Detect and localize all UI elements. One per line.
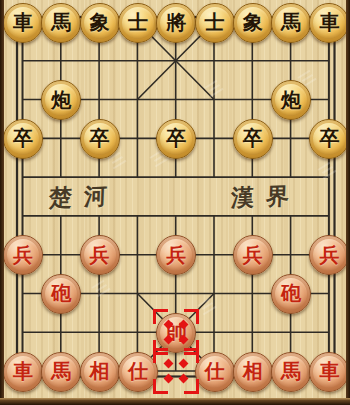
piece-red-soldier[interactable]: 兵	[80, 235, 120, 275]
piece-red-soldier[interactable]: 兵	[3, 235, 43, 275]
piece-black-horse[interactable]: 馬	[271, 3, 311, 43]
piece-red-horse[interactable]: 馬	[271, 352, 311, 392]
piece-black-soldier[interactable]: 卒	[3, 119, 43, 159]
piece-red-cannon[interactable]: 砲	[41, 274, 81, 314]
river-label-left: 楚河	[48, 180, 119, 213]
piece-black-soldier[interactable]: 卒	[156, 119, 196, 159]
piece-black-chariot[interactable]: 車	[309, 3, 349, 43]
piece-black-elephant[interactable]: 象	[80, 3, 120, 43]
piece-black-cannon[interactable]: 炮	[271, 80, 311, 120]
piece-red-soldier[interactable]: 兵	[233, 235, 273, 275]
piece-black-advisor[interactable]: 士	[195, 3, 235, 43]
piece-black-horse[interactable]: 馬	[41, 3, 81, 43]
piece-red-elephant[interactable]: 相	[233, 352, 273, 392]
table-edge-bottom	[0, 398, 350, 405]
piece-black-elephant[interactable]: 象	[233, 3, 273, 43]
piece-red-general[interactable]: 帥	[156, 313, 196, 353]
piece-black-general[interactable]: 將	[156, 3, 196, 43]
piece-red-chariot[interactable]: 車	[309, 352, 349, 392]
table-edge-left	[0, 0, 4, 405]
piece-red-chariot[interactable]: 車	[3, 352, 43, 392]
piece-black-soldier[interactable]: 卒	[80, 119, 120, 159]
xiangqi-board: 楚河 漢界 車馬象士將士象馬車炮炮卒卒卒卒卒兵兵兵兵兵砲砲帥車馬相仕仕相馬車	[0, 0, 350, 405]
piece-black-advisor[interactable]: 士	[118, 3, 158, 43]
piece-black-chariot[interactable]: 車	[3, 3, 43, 43]
piece-red-advisor[interactable]: 仕	[195, 352, 235, 392]
piece-black-soldier[interactable]: 卒	[233, 119, 273, 159]
piece-red-cannon[interactable]: 砲	[271, 274, 311, 314]
piece-black-soldier[interactable]: 卒	[309, 119, 349, 159]
piece-red-elephant[interactable]: 相	[80, 352, 120, 392]
river-label-right: 漢界	[230, 180, 301, 213]
table-edge-right	[346, 0, 350, 405]
piece-red-advisor[interactable]: 仕	[118, 352, 158, 392]
piece-red-horse[interactable]: 馬	[41, 352, 81, 392]
